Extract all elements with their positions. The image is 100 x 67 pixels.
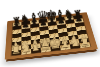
black-pawn: ♟ — [48, 16, 57, 26]
square-h1: ♜ — [80, 42, 91, 48]
chess-set-photo: ♜♞♝♛♚♝♞♜♟♟♟♟♟♟♟♟♟♟♟♟♟♟♟♟♜♞♝♛♚♝♞♜ — [0, 0, 100, 67]
black-pawn: ♟ — [74, 13, 83, 23]
black-pawn: ♟ — [21, 19, 30, 29]
black-pawn: ♟ — [65, 14, 74, 24]
square-e7: ♟ — [48, 22, 57, 27]
black-pawn: ♟ — [12, 20, 21, 30]
square-b5 — [21, 32, 30, 37]
chess-board-grid: ♜♞♝♛♚♝♞♜♟♟♟♟♟♟♟♟♟♟♟♟♟♟♟♟♜♞♝♛♚♝♞♜ — [12, 15, 91, 56]
black-pawn: ♟ — [56, 15, 65, 25]
black-pawn: ♟ — [30, 18, 39, 28]
black-pawn: ♟ — [39, 17, 48, 27]
square-c7: ♟ — [30, 24, 39, 29]
square-h7: ♟ — [74, 19, 84, 24]
white-rook: ♜ — [79, 35, 91, 48]
